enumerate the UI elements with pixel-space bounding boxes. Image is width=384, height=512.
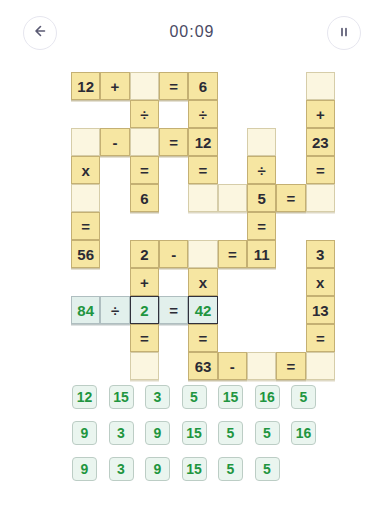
board-cell-r5c3: 6 — [130, 184, 159, 212]
board-cell-r4c9: = — [306, 156, 335, 184]
tray-tile[interactable]: 15 — [182, 421, 207, 445]
tray-tile[interactable]: 9 — [72, 421, 97, 445]
board-cell-r7c3: 2 — [130, 240, 159, 268]
tray-row-1: 12153515165 — [72, 385, 316, 409]
board-cell-r7c6: = — [218, 240, 247, 268]
board-cell-r7c7: 11 — [247, 240, 276, 268]
board-cell-r4c5: = — [188, 156, 217, 184]
board-cell-r3c4: = — [159, 128, 188, 156]
board-cell-r5c5[interactable] — [188, 184, 217, 212]
board-cell-r1c2: + — [100, 72, 129, 100]
tray-tile[interactable]: 3 — [145, 385, 170, 409]
board-cell-r6c1: = — [71, 212, 100, 240]
tray-tile[interactable]: 16 — [291, 421, 316, 445]
board-cell-r8c9: x — [306, 268, 335, 296]
board-cell-r1c9[interactable] — [306, 72, 335, 100]
board-cell-r1c4: = — [159, 72, 188, 100]
board-cell-r7c9: 3 — [306, 240, 335, 268]
tray-tile[interactable]: 5 — [291, 385, 316, 409]
board-cell-r1c5: 6 — [188, 72, 217, 100]
board-cell-r11c9[interactable] — [306, 352, 335, 380]
board-cell-r4c3: = — [130, 156, 159, 184]
tray-tile[interactable]: 5 — [182, 385, 207, 409]
tray-tile[interactable]: 5 — [255, 457, 280, 481]
board-cell-r8c3: + — [130, 268, 159, 296]
board-cell-r9c5[interactable]: 42 — [188, 296, 217, 324]
board-cell-r1c3[interactable] — [130, 72, 159, 100]
board-cell-r5c7: 5 — [247, 184, 276, 212]
tray-tile[interactable]: 15 — [182, 457, 207, 481]
pause-icon — [338, 24, 350, 42]
board-cell-r1c1: 12 — [71, 72, 100, 100]
board-cell-r5c6[interactable] — [218, 184, 247, 212]
tray-tile[interactable]: 5 — [218, 421, 243, 445]
tray-tile[interactable]: 16 — [255, 385, 280, 409]
header: 00:09 — [0, 16, 384, 50]
board-cell-r5c9[interactable] — [306, 184, 335, 212]
board-cell-r7c1: 56 — [71, 240, 100, 268]
board-cell-r9c4: = — [159, 296, 188, 324]
tray-tile[interactable]: 15 — [109, 385, 134, 409]
board-cell-r3c2: - — [100, 128, 129, 156]
tray-tile[interactable]: 9 — [72, 457, 97, 481]
pause-button[interactable] — [327, 16, 361, 50]
board-cell-r9c3[interactable]: 2 — [130, 296, 159, 324]
board-cell-r8c5: x — [188, 268, 217, 296]
tray-tile[interactable]: 15 — [218, 385, 243, 409]
tray-row-3: 9391555 — [72, 457, 316, 481]
board-cell-r5c1[interactable] — [71, 184, 100, 212]
board-cell-r4c1: x — [71, 156, 100, 184]
tray-tile[interactable]: 3 — [109, 457, 134, 481]
board-cell-r3c9: 23 — [306, 128, 335, 156]
tray-tile[interactable]: 5 — [255, 421, 280, 445]
board-cell-r11c3[interactable] — [130, 352, 159, 380]
number-tray: 121535151659391555169391555 — [72, 385, 316, 481]
board-cell-r7c4: - — [159, 240, 188, 268]
board-cell-r10c5: = — [188, 324, 217, 352]
board-cell-r11c5: 63 — [188, 352, 217, 380]
board-cell-r3c5: 12 — [188, 128, 217, 156]
tray-tile[interactable]: 5 — [218, 457, 243, 481]
board-cell-r11c7[interactable] — [247, 352, 276, 380]
board-cell-r3c7[interactable] — [247, 128, 276, 156]
board-cell-r9c2: ÷ — [100, 296, 129, 324]
board-cell-r10c3: = — [130, 324, 159, 352]
tray-tile[interactable]: 9 — [145, 421, 170, 445]
tray-tile[interactable]: 3 — [109, 421, 134, 445]
board-cell-r9c9: 13 — [306, 296, 335, 324]
board-cell-r3c1[interactable] — [71, 128, 100, 156]
board-cell-r2c5: ÷ — [188, 100, 217, 128]
puzzle-board: 12+=6÷÷+-=1223x==÷=65===562-=113+xx84÷2=… — [71, 72, 335, 380]
board-cell-r2c3: ÷ — [130, 100, 159, 128]
tray-row-2: 939155516 — [72, 421, 316, 445]
board-cell-r3c3[interactable] — [130, 128, 159, 156]
board-cell-r9c1[interactable]: 84 — [71, 296, 100, 324]
board-cell-r4c7: ÷ — [247, 156, 276, 184]
board-cell-r5c8: = — [276, 184, 305, 212]
board-cell-r10c9: = — [306, 324, 335, 352]
board-cell-r11c8: = — [276, 352, 305, 380]
tray-tile[interactable]: 12 — [72, 385, 97, 409]
board-cell-r7c5[interactable] — [188, 240, 217, 268]
board-cell-r11c6: - — [218, 352, 247, 380]
board-cell-r6c7: = — [247, 212, 276, 240]
tray-tile[interactable]: 9 — [145, 457, 170, 481]
board-cell-r2c9: + — [306, 100, 335, 128]
